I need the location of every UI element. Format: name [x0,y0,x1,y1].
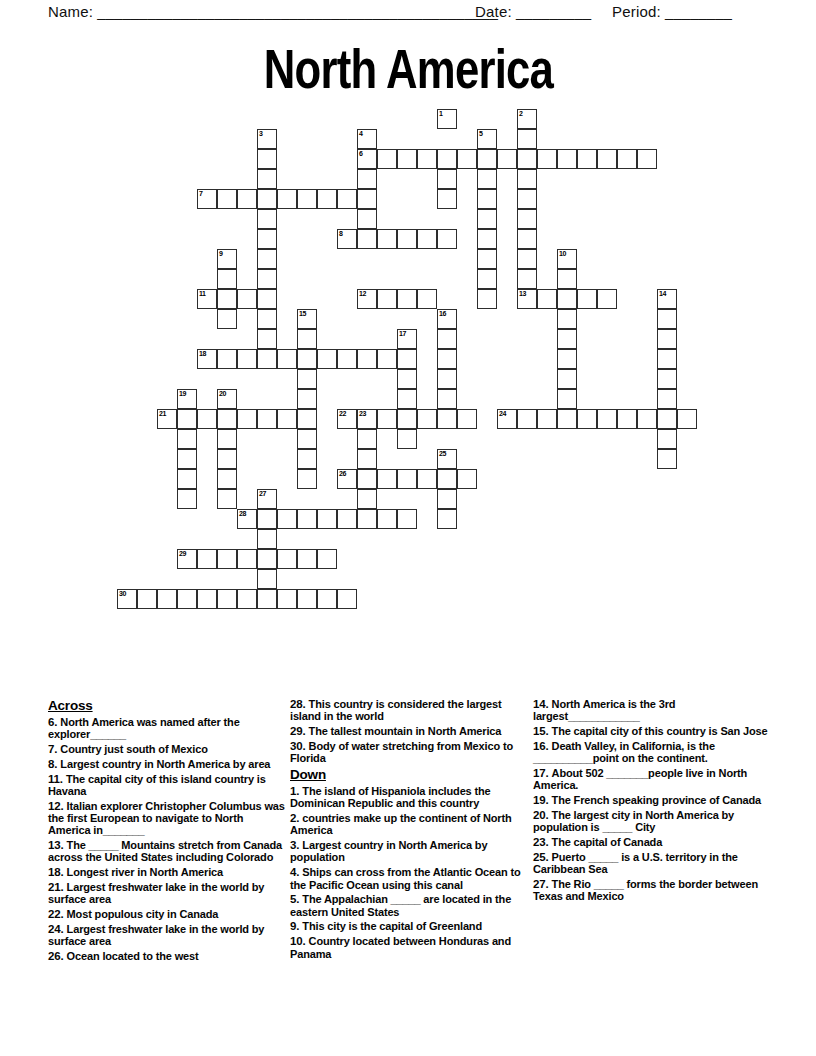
grid-cell[interactable] [357,169,377,189]
grid-cell[interactable] [277,589,297,609]
grid-cell[interactable]: 28 [237,509,257,529]
clue-text: North America is the 3rd largest________… [533,698,675,722]
cell-number: 3 [259,130,263,138]
grid-cell[interactable] [557,329,577,349]
clue-text: This city is the capital of Greenland [302,920,482,932]
grid-cell[interactable] [437,229,457,249]
grid-cell[interactable] [357,449,377,469]
clue-text: The capital city of this country is San … [552,725,768,737]
grid-cell[interactable]: 4 [357,129,377,149]
clue-number: 1. [290,785,302,797]
grid-cell[interactable] [517,189,537,209]
clue-text: This country is considered the largest i… [290,698,502,722]
grid-cell[interactable] [377,349,397,369]
cell-number: 19 [179,390,186,398]
cell-number: 20 [219,390,226,398]
grid-cell[interactable]: 20 [217,389,237,409]
grid-cell[interactable] [437,169,457,189]
grid-cell[interactable] [477,249,497,269]
clue-number: 2. [290,812,302,824]
grid-cell[interactable] [277,349,297,369]
grid-cell[interactable] [397,389,417,409]
grid-cell[interactable]: 30 [117,589,137,609]
grid-cell[interactable]: 21 [157,409,177,429]
grid-cell[interactable] [357,189,377,209]
grid-cell[interactable] [397,289,417,309]
clue-text: Ocean located to the west [67,950,199,962]
grid-cell[interactable] [417,229,437,249]
clue-text: The Appalachian _____ are located in the… [290,893,511,917]
grid-cell[interactable] [257,569,277,589]
grid-cell[interactable]: 23 [357,409,377,429]
cell-number: 13 [519,290,526,298]
clue-item: 11. The capital city of this island coun… [48,773,286,798]
grid-cell[interactable] [477,209,497,229]
grid-cell[interactable] [377,509,397,529]
grid-cell[interactable]: 11 [197,289,217,309]
grid-cell[interactable] [477,169,497,189]
cell-number: 21 [159,410,166,418]
clue-item: 1. The island of Hispaniola includes the… [290,785,528,810]
grid-cell[interactable] [397,369,417,389]
grid-cell[interactable] [657,409,677,429]
grid-cell[interactable]: 17 [397,329,417,349]
cell-number: 18 [199,350,206,358]
grid-cell[interactable]: 3 [257,129,277,149]
grid-cell[interactable]: 13 [517,289,537,309]
grid-cell[interactable]: 1 [437,109,457,129]
grid-cell[interactable] [217,429,237,449]
grid-cell[interactable] [137,589,157,609]
grid-cell[interactable] [297,469,317,489]
grid-cell[interactable] [657,449,677,469]
grid-cell[interactable] [277,549,297,569]
name-blank-line[interactable]: ________________________________________… [97,3,497,20]
period-field: Period: ________ [612,3,732,20]
clue-text: Country located between Honduras and Pan… [290,935,511,959]
grid-cell[interactable] [557,309,577,329]
grid-cell[interactable] [257,269,277,289]
clue-item: 29. The tallest mountain in North Americ… [290,725,528,737]
grid-cell[interactable] [397,229,417,249]
grid-cell[interactable] [177,589,197,609]
grid-cell[interactable] [557,409,577,429]
grid-cell[interactable] [297,449,317,469]
clue-number: 10. [290,935,309,947]
clue-text: Most populous city in Canada [67,908,219,920]
clue-item: 27. The Rio _____ forms the border betwe… [533,878,771,903]
grid-cell[interactable] [417,149,437,169]
grid-cell[interactable] [397,149,417,169]
grid-cell[interactable] [397,509,417,529]
clue-item: 17. About 502 _______people live in Nort… [533,767,771,792]
grid-cell[interactable] [257,289,277,309]
clue-number: 25. [533,851,552,863]
grid-cell[interactable] [257,549,277,569]
grid-cell[interactable] [217,449,237,469]
grid-cell[interactable] [297,589,317,609]
clue-item: 19. The French speaking province of Cana… [533,794,771,806]
grid-cell[interactable]: 9 [217,249,237,269]
clue-item: 5. The Appalachian _____ are located in … [290,893,528,918]
clue-text: Puerto _____ is a U.S. territory in the … [533,851,738,875]
grid-cell[interactable] [397,409,417,429]
clue-number: 26. [48,950,67,962]
grid-cell[interactable] [297,549,317,569]
grid-cell[interactable] [517,269,537,289]
grid-cell[interactable]: 6 [357,149,377,169]
grid-cell[interactable] [217,589,237,609]
grid-cell[interactable] [297,189,317,209]
grid-cell[interactable] [457,409,477,429]
clue-text: Largest freshwater lake in the world by … [48,923,264,947]
grid-cell[interactable] [557,149,577,169]
grid-cell[interactable] [237,549,257,569]
clue-number: 24. [48,923,67,935]
grid-cell[interactable] [537,289,557,309]
grid-cell[interactable] [257,169,277,189]
clue-text: The tallest mountain in North America [309,725,502,737]
grid-cell[interactable] [337,349,357,369]
grid-cell[interactable] [237,289,257,309]
name-field: Name: __________________________________… [48,3,498,20]
grid-cell[interactable] [337,189,357,209]
grid-cell[interactable] [657,309,677,329]
clue-column-3: 14. North America is the 3rd largest____… [533,698,771,905]
grid-cell[interactable] [317,549,337,569]
grid-cell[interactable] [317,189,337,209]
clue-number: 16. [533,740,552,752]
grid-cell[interactable] [557,389,577,409]
grid-cell[interactable] [237,589,257,609]
grid-cell[interactable] [317,349,337,369]
clue-number: 27. [533,878,552,890]
grid-cell[interactable] [217,349,237,369]
grid-cell[interactable] [257,209,277,229]
grid-cell[interactable] [217,489,237,509]
grid-cell[interactable] [517,129,537,149]
grid-cell[interactable] [217,309,237,329]
clue-number: 20. [533,809,552,821]
grid-cell[interactable] [597,409,617,429]
grid-cell[interactable] [637,409,657,429]
cell-number: 15 [299,310,306,318]
grid-cell[interactable] [237,189,257,209]
grid-cell[interactable] [377,469,397,489]
grid-cell[interactable] [637,149,657,169]
grid-cell[interactable] [257,229,277,249]
grid-cell[interactable]: 12 [357,289,377,309]
grid-cell[interactable] [397,469,417,489]
grid-cell[interactable] [657,349,677,369]
clue-text: Ships can cross from the Atlantic Ocean … [290,866,521,890]
cell-number: 17 [399,330,406,338]
grid-cell[interactable] [517,169,537,189]
grid-cell[interactable]: 2 [517,109,537,129]
grid-cell[interactable] [617,149,637,169]
grid-cell[interactable] [357,469,377,489]
grid-cell[interactable] [257,349,277,369]
grid-cell[interactable] [437,489,457,509]
grid-cell[interactable] [577,409,597,429]
grid-cell[interactable] [257,149,277,169]
clue-text: The _____ Mountains stretch from Canada … [48,839,282,863]
grid-cell[interactable]: 22 [337,409,357,429]
clue-text: Death Valley, in California, is the ____… [533,740,715,764]
grid-cell[interactable]: 27 [257,489,277,509]
clue-item: 26. Ocean located to the west [48,950,286,962]
clue-item: 7. Country just south of Mexico [48,743,286,755]
clue-text: The island of Hispaniola includes the Do… [290,785,491,809]
grid-cell[interactable] [477,229,497,249]
clue-text: Country just south of Mexico [60,743,207,755]
grid-cell[interactable]: 7 [197,189,217,209]
grid-cell[interactable] [417,289,437,309]
clue-number: 5. [290,893,302,905]
grid-cell[interactable] [317,509,337,529]
grid-cell[interactable] [357,509,377,529]
clue-number: 23. [533,836,552,848]
cell-number: 5 [479,130,483,138]
grid-cell[interactable] [277,509,297,529]
grid-cell[interactable] [257,529,277,549]
grid-cell[interactable] [317,589,337,609]
grid-cell[interactable] [517,209,537,229]
clue-item: 14. North America is the 3rd largest____… [533,698,771,723]
clue-item: 28. This country is considered the large… [290,698,528,723]
date-blank-line[interactable]: _________ [516,3,591,20]
grid-cell[interactable] [477,149,497,169]
grid-cell[interactable] [577,289,597,309]
clue-number: 22. [48,908,67,920]
grid-cell[interactable] [357,489,377,509]
grid-cell[interactable] [537,149,557,169]
grid-cell[interactable] [597,289,617,309]
period-blank-line[interactable]: ________ [665,3,732,20]
clue-number: 11. [48,773,66,785]
clue-text: Largest country in North America by popu… [290,839,487,863]
grid-cell[interactable] [557,269,577,289]
cell-number: 22 [339,410,346,418]
grid-cell[interactable] [457,149,477,169]
grid-cell[interactable] [597,149,617,169]
grid-cell[interactable] [357,209,377,229]
grid-cell[interactable] [397,349,417,369]
grid-cell[interactable] [417,409,437,429]
clue-text: Longest river in North America [67,866,223,878]
grid-cell[interactable] [257,309,277,329]
grid-cell[interactable]: 24 [497,409,517,429]
grid-cell[interactable] [257,189,277,209]
grid-cell[interactable] [177,449,197,469]
clue-item: 20. The largest city in North America by… [533,809,771,834]
clue-item: 13. The _____ Mountains stretch from Can… [48,839,286,864]
grid-cell[interactable] [557,349,577,369]
grid-cell[interactable] [277,409,297,429]
clue-item: 8. Largest country in North America by a… [48,758,286,770]
clue-text: The capital city of this island country … [48,773,266,797]
grid-cell[interactable] [477,289,497,309]
grid-cell[interactable] [657,429,677,449]
grid-cell[interactable] [177,429,197,449]
grid-cell[interactable] [457,469,477,489]
clue-item: 9. This city is the capital of Greenland [290,920,528,932]
grid-cell[interactable] [297,509,317,529]
grid-cell[interactable]: 25 [437,449,457,469]
clue-number: 28. [290,698,309,710]
grid-cell[interactable] [377,289,397,309]
grid-cell[interactable] [217,269,237,289]
clue-number: 19. [533,794,552,806]
grid-cell[interactable] [297,349,317,369]
grid-cell[interactable] [157,589,177,609]
grid-cell[interactable]: 26 [337,469,357,489]
clues-section-header: Down [290,767,528,782]
clue-text: The French speaking province of Canada [552,794,761,806]
clue-item: 15. The capital city of this country is … [533,725,771,737]
grid-cell[interactable] [297,389,317,409]
date-field: Date: _________ [475,3,591,20]
clue-column-2: 28. This country is considered the large… [290,698,528,962]
grid-cell[interactable] [297,429,317,449]
cell-number: 9 [219,250,223,258]
grid-cell[interactable] [337,509,357,529]
grid-cell[interactable] [417,469,437,489]
grid-cell[interactable] [257,249,277,269]
grid-cell[interactable] [477,189,497,209]
cell-number: 2 [519,110,523,118]
clue-item: 12. Italian explorer Christopher Columbu… [48,800,286,837]
grid-cell[interactable] [377,409,397,429]
clue-text: Largest country in North America by area [60,758,270,770]
grid-cell[interactable] [517,149,537,169]
cell-number: 10 [559,250,566,258]
grid-cell[interactable] [237,409,257,429]
grid-cell[interactable] [257,509,277,529]
cell-number: 25 [439,450,446,458]
grid-cell[interactable] [377,149,397,169]
cell-number: 23 [359,410,366,418]
grid-cell[interactable] [657,389,677,409]
clues-section-header: Across [48,698,286,713]
grid-cell[interactable] [437,149,457,169]
grid-cell[interactable] [517,409,537,429]
cell-number: 4 [359,130,363,138]
grid-cell[interactable] [437,369,457,389]
grid-cell[interactable] [677,409,697,429]
grid-cell[interactable] [537,409,557,429]
clue-item: 30. Body of water stretching from Mexico… [290,740,528,765]
grid-cell[interactable] [217,469,237,489]
cell-number: 27 [259,490,266,498]
grid-cell[interactable] [177,409,197,429]
clue-text: About 502 _______people live in North Am… [533,767,747,791]
grid-cell[interactable] [357,349,377,369]
grid-cell[interactable] [257,329,277,349]
grid-cell[interactable] [197,549,217,569]
grid-cell[interactable] [217,189,237,209]
cell-number: 14 [659,290,666,298]
grid-cell[interactable] [357,429,377,449]
grid-cell[interactable] [257,589,277,609]
grid-cell[interactable] [337,589,357,609]
grid-cell[interactable] [297,409,317,429]
grid-cell[interactable]: 8 [337,229,357,249]
clue-text: Largest freshwater lake in the world by … [48,881,264,905]
clue-column-1: Across6. North America was named after t… [48,698,286,965]
cell-number: 24 [499,410,506,418]
grid-cell[interactable] [437,389,457,409]
grid-cell[interactable] [437,409,457,429]
clue-text: The largest city in North America by pop… [533,809,734,833]
grid-cell[interactable]: 18 [197,349,217,369]
grid-cell[interactable]: 5 [477,129,497,149]
grid-cell[interactable] [437,329,457,349]
grid-cell[interactable]: 29 [177,549,197,569]
grid-cell[interactable] [177,469,197,489]
clue-item: 4. Ships can cross from the Atlantic Oce… [290,866,528,891]
grid-cell[interactable]: 16 [437,309,457,329]
grid-cell[interactable] [217,289,237,309]
grid-cell[interactable] [357,229,377,249]
clue-item: 25. Puerto _____ is a U.S. territory in … [533,851,771,876]
grid-cell[interactable] [297,329,317,349]
grid-cell[interactable] [437,349,457,369]
clue-number: 29. [290,725,309,737]
grid-cell[interactable] [377,229,397,249]
grid-cell[interactable] [217,409,237,429]
grid-cell[interactable] [577,149,597,169]
grid-cell[interactable]: 10 [557,249,577,269]
clue-number: 30. [290,740,309,752]
grid-cell[interactable]: 19 [177,389,197,409]
grid-cell[interactable] [437,189,457,209]
clue-item: 18. Longest river in North America [48,866,286,878]
grid-cell[interactable] [497,149,517,169]
grid-cell[interactable] [517,229,537,249]
grid-cell[interactable] [197,409,217,429]
grid-cell[interactable] [217,549,237,569]
clue-number: 7. [48,743,60,755]
clue-item: 23. The capital of Canada [533,836,771,848]
clue-number: 17. [533,767,552,779]
grid-cell[interactable] [197,589,217,609]
grid-cell[interactable] [557,289,577,309]
clue-number: 9. [290,920,302,932]
clue-number: 12. [48,800,67,812]
grid-cell[interactable] [237,349,257,369]
grid-cell[interactable] [517,249,537,269]
grid-cell[interactable] [657,329,677,349]
grid-cell[interactable] [657,369,677,389]
grid-cell[interactable] [257,409,277,429]
clue-number: 18. [48,866,67,878]
cell-number: 1 [439,110,443,118]
grid-cell[interactable] [557,369,577,389]
grid-cell[interactable] [437,509,457,529]
grid-cell[interactable] [477,269,497,289]
grid-cell[interactable] [617,409,637,429]
grid-cell[interactable] [277,189,297,209]
grid-cell[interactable]: 14 [657,289,677,309]
grid-cell[interactable]: 15 [297,309,317,329]
clue-item: 22. Most populous city in Canada [48,908,286,920]
grid-cell[interactable] [397,429,417,449]
grid-cell[interactable] [437,469,457,489]
cell-number: 7 [199,190,203,198]
grid-cell[interactable] [177,489,197,509]
grid-cell[interactable] [297,369,317,389]
